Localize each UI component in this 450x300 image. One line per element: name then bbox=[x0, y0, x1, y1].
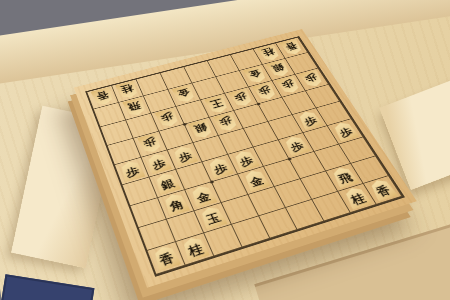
photo-scene: 香桂桂香飛金金銀歩王歩歩歩歩歩銀歩歩歩歩歩銀歩歩歩歩角金金玉飛香桂桂香 bbox=[0, 0, 450, 300]
